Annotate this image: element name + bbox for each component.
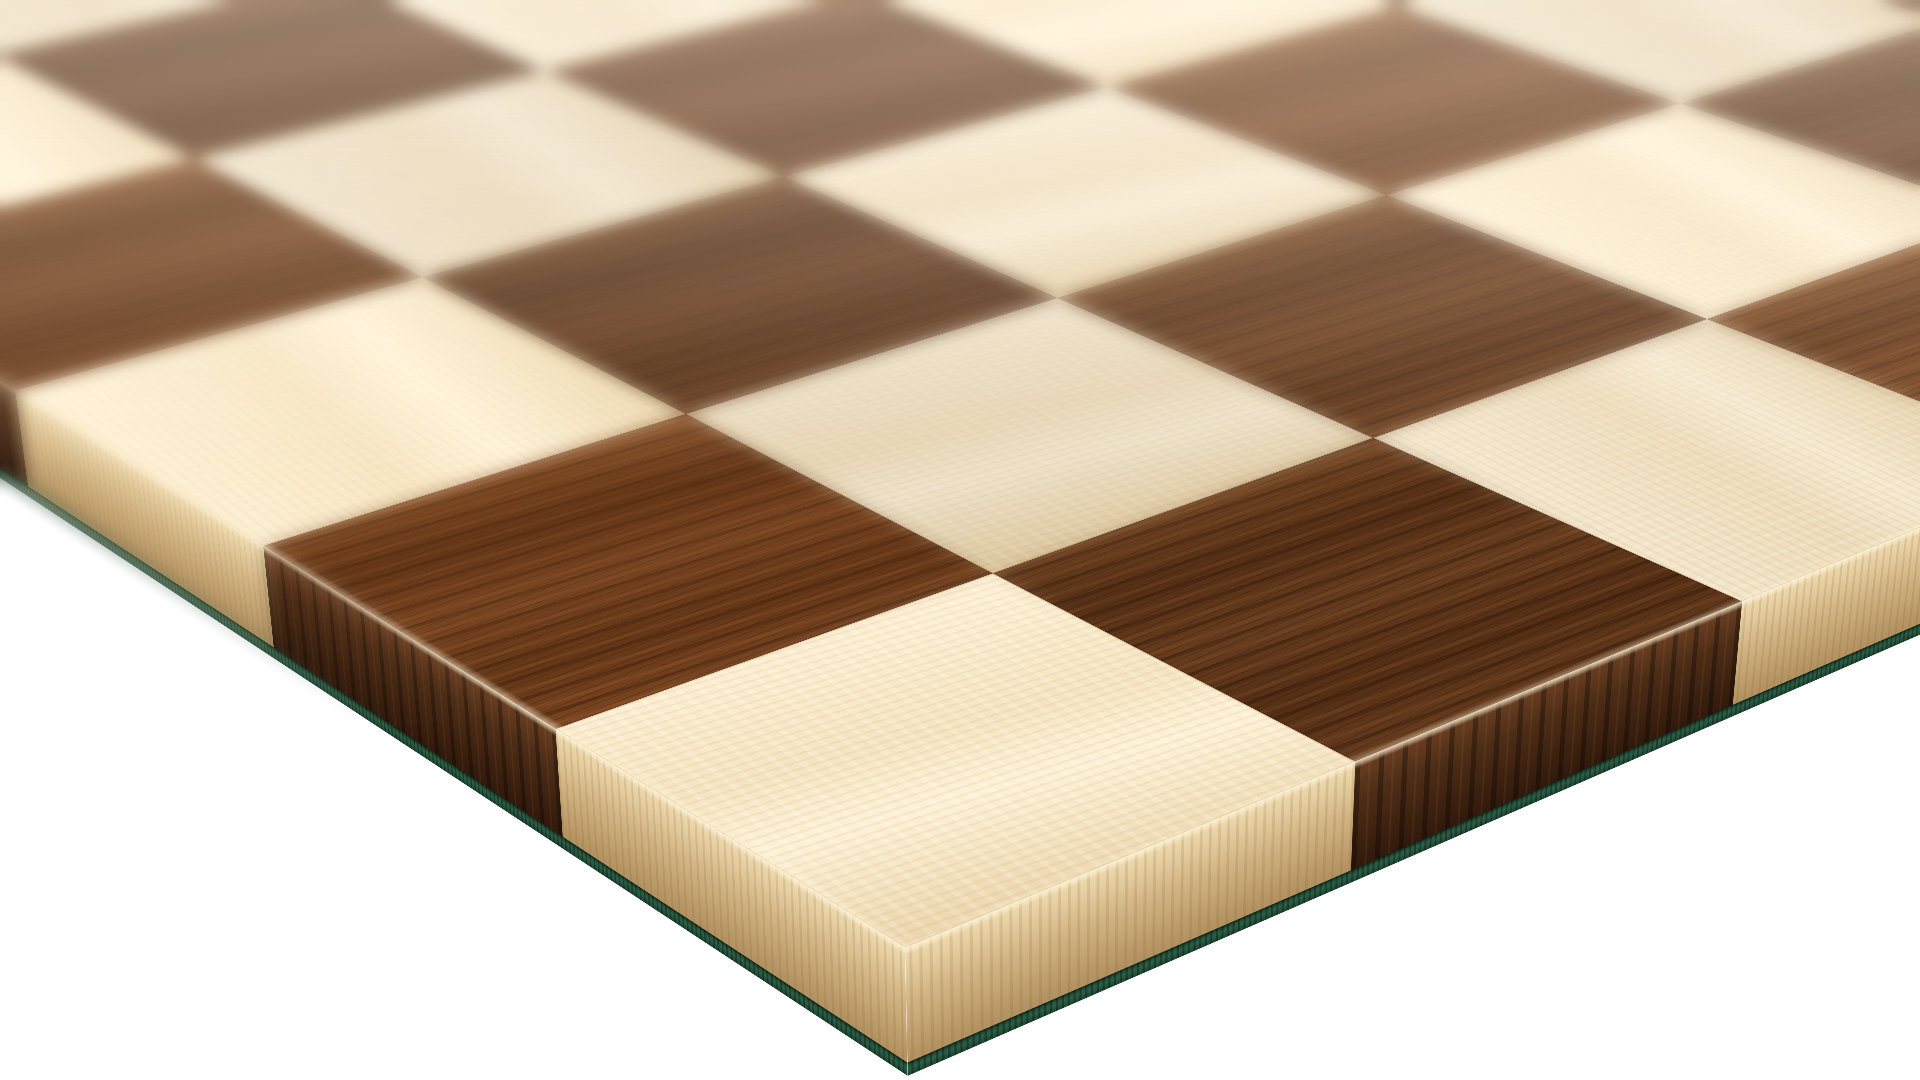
- chessboard: [0, 0, 1920, 948]
- photo-scene: [0, 0, 1920, 1080]
- product-photo-chessboard-corner: [0, 0, 1920, 1080]
